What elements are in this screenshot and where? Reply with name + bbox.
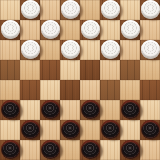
black-man-b2[interactable]	[21, 120, 40, 139]
square-e5[interactable]	[80, 60, 100, 80]
black-man-a3[interactable]	[1, 100, 20, 119]
square-e8[interactable]	[80, 0, 100, 20]
white-man-e7[interactable]	[81, 20, 100, 39]
square-e6[interactable]	[80, 40, 100, 60]
square-d1[interactable]	[60, 140, 80, 160]
white-man-b8[interactable]	[21, 0, 40, 19]
square-a1[interactable]	[0, 140, 20, 160]
square-c8[interactable]	[40, 0, 60, 20]
square-b6[interactable]	[20, 40, 40, 60]
square-f3[interactable]	[100, 100, 120, 120]
square-e2[interactable]	[80, 120, 100, 140]
black-man-f2[interactable]	[101, 120, 120, 139]
black-man-d2[interactable]	[61, 120, 80, 139]
square-g6[interactable]	[120, 40, 140, 60]
white-man-f6[interactable]	[101, 40, 120, 59]
square-c1[interactable]	[40, 140, 60, 160]
white-man-d6[interactable]	[61, 40, 80, 59]
square-b2[interactable]	[20, 120, 40, 140]
square-d3[interactable]	[60, 100, 80, 120]
square-a2[interactable]	[0, 120, 20, 140]
square-f1[interactable]	[100, 140, 120, 160]
square-d4[interactable]	[60, 80, 80, 100]
square-b3[interactable]	[20, 100, 40, 120]
square-b7[interactable]	[20, 20, 40, 40]
square-d6[interactable]	[60, 40, 80, 60]
square-a6[interactable]	[0, 40, 20, 60]
square-f8[interactable]	[100, 0, 120, 20]
square-a8[interactable]	[0, 0, 20, 20]
square-g4[interactable]	[120, 80, 140, 100]
square-c6[interactable]	[40, 40, 60, 60]
square-c2[interactable]	[40, 120, 60, 140]
square-h8[interactable]	[140, 0, 160, 20]
white-man-f8[interactable]	[101, 0, 120, 19]
square-f7[interactable]	[100, 20, 120, 40]
square-g7[interactable]	[120, 20, 140, 40]
square-f6[interactable]	[100, 40, 120, 60]
square-h4[interactable]	[140, 80, 160, 100]
white-man-h6[interactable]	[141, 40, 160, 59]
square-b8[interactable]	[20, 0, 40, 20]
black-man-g1[interactable]	[121, 140, 140, 159]
square-e3[interactable]	[80, 100, 100, 120]
square-h1[interactable]	[140, 140, 160, 160]
square-h3[interactable]	[140, 100, 160, 120]
square-c4[interactable]	[40, 80, 60, 100]
white-man-h8[interactable]	[141, 0, 160, 19]
square-a7[interactable]	[0, 20, 20, 40]
square-d7[interactable]	[60, 20, 80, 40]
square-h7[interactable]	[140, 20, 160, 40]
square-d8[interactable]	[60, 0, 80, 20]
black-man-g3[interactable]	[121, 100, 140, 119]
black-man-h2[interactable]	[141, 120, 160, 139]
square-f2[interactable]	[100, 120, 120, 140]
black-man-c1[interactable]	[41, 140, 60, 159]
square-h2[interactable]	[140, 120, 160, 140]
square-g5[interactable]	[120, 60, 140, 80]
square-h5[interactable]	[140, 60, 160, 80]
square-h6[interactable]	[140, 40, 160, 60]
white-man-c7[interactable]	[41, 20, 60, 39]
square-d2[interactable]	[60, 120, 80, 140]
square-f5[interactable]	[100, 60, 120, 80]
square-e4[interactable]	[80, 80, 100, 100]
square-b1[interactable]	[20, 140, 40, 160]
square-a5[interactable]	[0, 60, 20, 80]
square-g3[interactable]	[120, 100, 140, 120]
square-a3[interactable]	[0, 100, 20, 120]
square-c3[interactable]	[40, 100, 60, 120]
checkers-board	[0, 0, 160, 160]
square-d5[interactable]	[60, 60, 80, 80]
square-b5[interactable]	[20, 60, 40, 80]
square-f4[interactable]	[100, 80, 120, 100]
white-man-d8[interactable]	[61, 0, 80, 19]
square-c7[interactable]	[40, 20, 60, 40]
black-man-e3[interactable]	[81, 100, 100, 119]
square-a4[interactable]	[0, 80, 20, 100]
black-man-e1[interactable]	[81, 140, 100, 159]
black-man-c3[interactable]	[41, 100, 60, 119]
square-g2[interactable]	[120, 120, 140, 140]
square-e7[interactable]	[80, 20, 100, 40]
white-man-g7[interactable]	[121, 20, 140, 39]
square-c5[interactable]	[40, 60, 60, 80]
square-b4[interactable]	[20, 80, 40, 100]
square-g8[interactable]	[120, 0, 140, 20]
square-e1[interactable]	[80, 140, 100, 160]
square-g1[interactable]	[120, 140, 140, 160]
white-man-b6[interactable]	[21, 40, 40, 59]
white-man-a7[interactable]	[1, 20, 20, 39]
black-man-a1[interactable]	[1, 140, 20, 159]
